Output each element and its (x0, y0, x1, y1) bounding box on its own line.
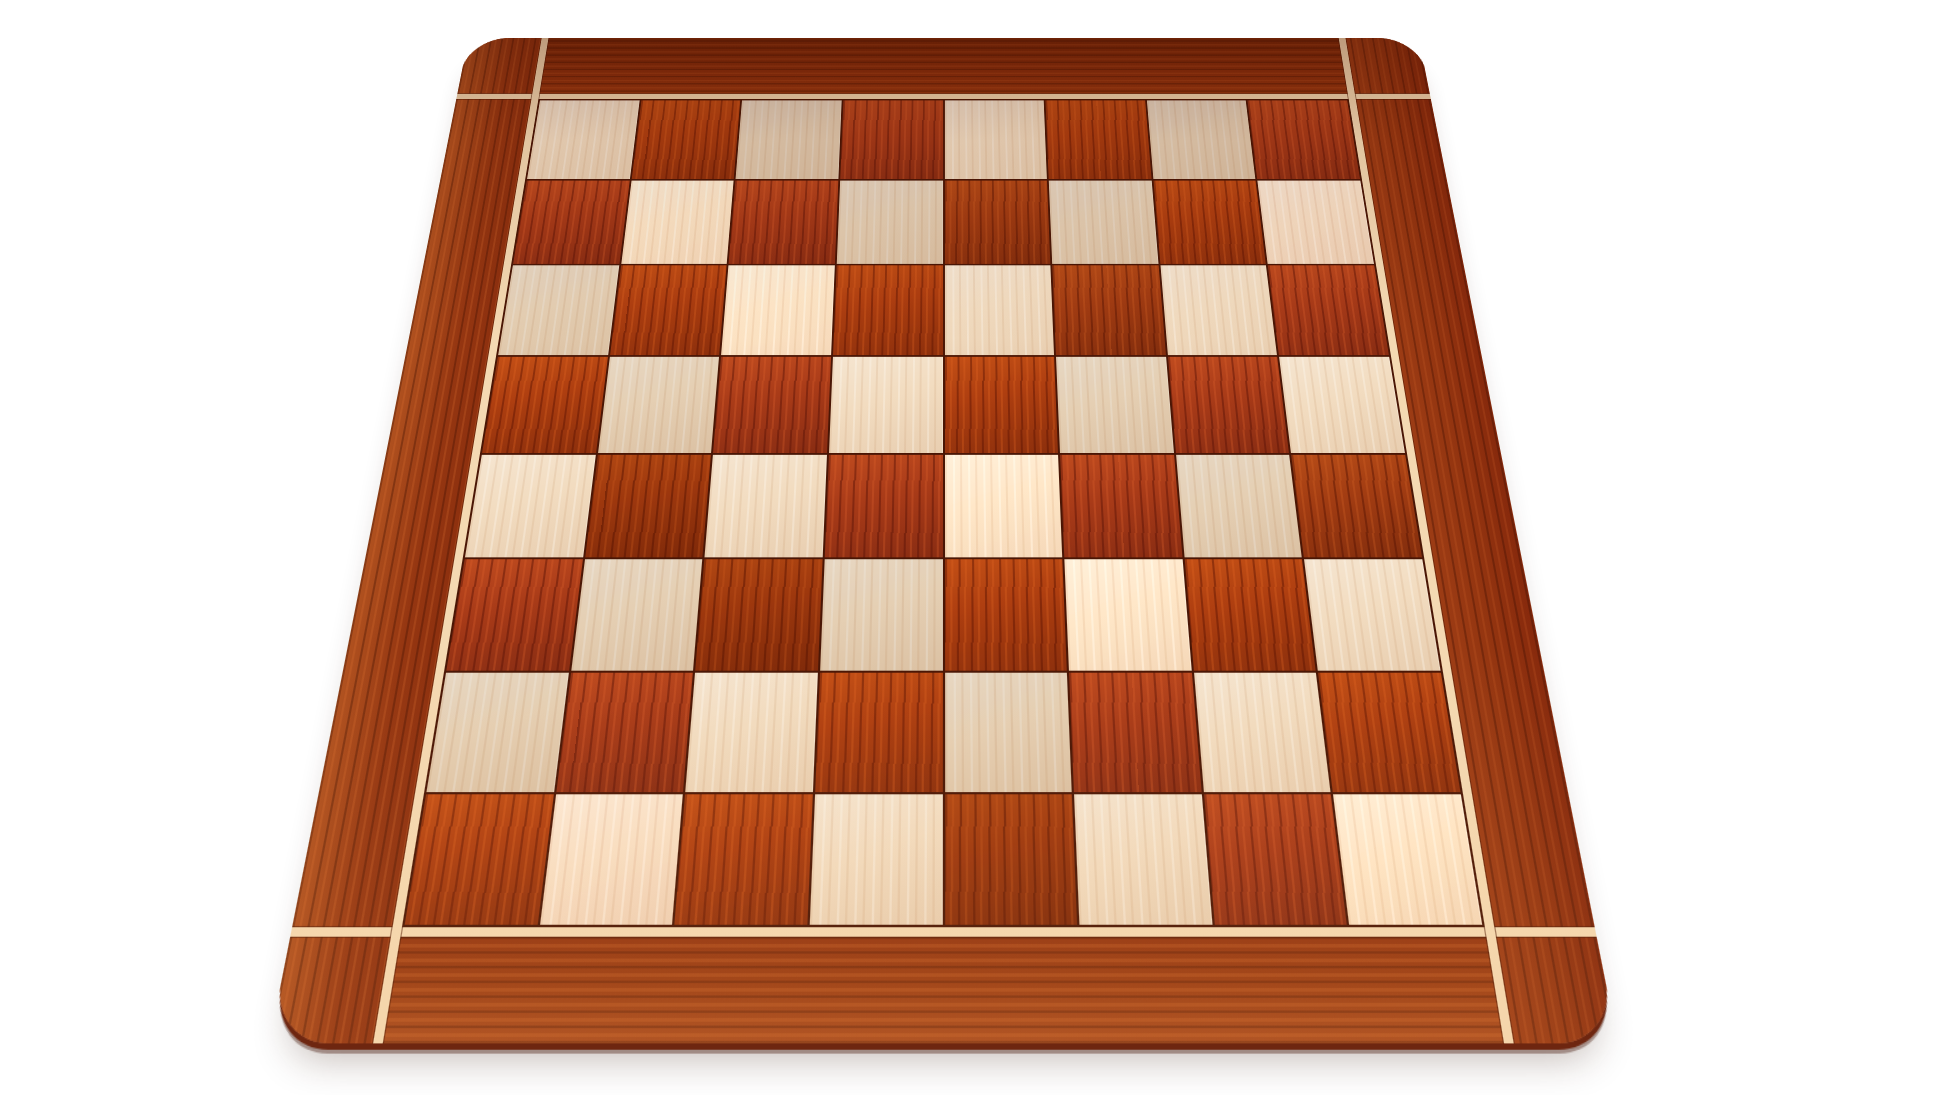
square-e1 (945, 795, 1078, 925)
square-f7 (1049, 180, 1158, 264)
square-a3 (446, 559, 582, 670)
square-a7 (513, 180, 629, 264)
square-a6 (498, 266, 619, 356)
square-f1 (1074, 795, 1212, 925)
square-e3 (945, 559, 1067, 670)
square-f6 (1052, 266, 1165, 356)
square-e8 (944, 100, 1047, 178)
square-a5 (482, 357, 607, 453)
board-border-top (456, 38, 1431, 99)
square-c8 (736, 100, 842, 178)
square-c4 (705, 454, 827, 557)
square-a8 (527, 100, 639, 178)
square-e2 (945, 672, 1072, 792)
square-d3 (820, 559, 942, 670)
square-h1 (1333, 795, 1482, 925)
square-d1 (810, 795, 943, 925)
chess-board (269, 38, 1618, 1044)
square-b5 (598, 357, 720, 453)
square-c1 (675, 795, 813, 925)
playing-field (402, 99, 1485, 927)
square-d7 (837, 180, 943, 264)
square-d6 (833, 266, 943, 356)
square-c7 (729, 180, 838, 264)
square-g8 (1147, 100, 1256, 178)
square-b6 (610, 266, 727, 356)
square-g6 (1160, 266, 1277, 356)
square-g5 (1168, 357, 1289, 453)
square-c3 (695, 559, 822, 670)
square-h3 (1304, 559, 1440, 670)
square-h6 (1268, 266, 1389, 356)
square-c2 (685, 672, 817, 792)
square-g2 (1194, 672, 1331, 792)
square-h5 (1279, 357, 1404, 453)
photo-scene (0, 0, 1946, 1095)
square-f4 (1060, 454, 1182, 557)
square-a2 (426, 672, 568, 792)
square-g3 (1184, 559, 1316, 670)
square-b3 (571, 559, 703, 670)
square-a4 (465, 454, 596, 557)
square-d8 (840, 100, 943, 178)
square-e4 (945, 454, 1063, 557)
square-g4 (1176, 454, 1302, 557)
square-f2 (1069, 672, 1201, 792)
square-h4 (1291, 454, 1422, 557)
square-h2 (1318, 672, 1460, 792)
square-b8 (631, 100, 740, 178)
board-border-bottom (269, 927, 1618, 1043)
square-a1 (405, 795, 554, 925)
square-g1 (1204, 795, 1347, 925)
square-e5 (944, 357, 1058, 453)
square-h8 (1248, 100, 1360, 178)
square-c6 (721, 266, 834, 356)
square-b7 (621, 180, 734, 264)
square-d2 (815, 672, 942, 792)
square-f3 (1064, 559, 1191, 670)
square-g7 (1153, 180, 1266, 264)
square-e7 (944, 180, 1050, 264)
square-h7 (1258, 180, 1374, 264)
square-e6 (944, 266, 1054, 356)
square-d4 (825, 454, 943, 557)
square-d5 (829, 357, 943, 453)
square-b2 (556, 672, 693, 792)
inlay-line-bottom (290, 927, 1596, 937)
square-b4 (585, 454, 711, 557)
square-f8 (1046, 100, 1152, 178)
square-c5 (713, 357, 831, 453)
square-b1 (540, 795, 683, 925)
square-f5 (1056, 357, 1174, 453)
